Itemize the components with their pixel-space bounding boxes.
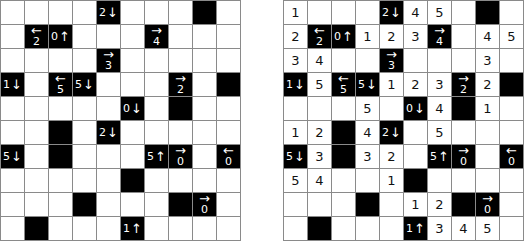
solution-cell-r1c1: ←2 [308, 25, 332, 49]
solution-cell-r2c0: 3 [284, 49, 308, 73]
clue-number: 0 [177, 156, 184, 167]
solution-cell-r0c0: 1 [284, 1, 308, 25]
solution-cell-r3c2: ←5 [332, 73, 356, 97]
right-arrow-icon: → [458, 146, 469, 155]
left-arrow-icon: ← [223, 146, 234, 155]
clue: ←0 [506, 146, 517, 167]
puzzle-cell-r1c1: ←2 [25, 25, 49, 49]
puzzle-cell-r4c8[interactable] [193, 97, 217, 121]
solution-cell-r5c4: 2↓ [380, 121, 404, 145]
solution-cell-r2c7 [452, 49, 476, 73]
solution-cell-r5c1: 2 [308, 121, 332, 145]
puzzle-cell-r2c9[interactable] [217, 49, 241, 73]
solution-cell-r3c4: 1 [380, 73, 404, 97]
clue: 2↓ [99, 6, 118, 19]
solution-cell-r9c2 [332, 217, 356, 241]
puzzle-cell-r5c6[interactable] [145, 121, 169, 145]
puzzle-cell-r2c7[interactable] [169, 49, 193, 73]
solution-cell-r8c2 [332, 193, 356, 217]
left-arrow-icon: ← [506, 146, 517, 155]
solution-cell-r5c0: 1 [284, 121, 308, 145]
clue-number: 1 [123, 223, 130, 234]
puzzle-cell-r2c5[interactable] [121, 49, 145, 73]
puzzle-cell-r7c6[interactable] [145, 169, 169, 193]
puzzle-cell-r9c3[interactable] [73, 217, 97, 241]
solution-cell-r0c2 [332, 1, 356, 25]
clue: →0 [482, 194, 493, 215]
puzzle-cell-r8c5[interactable] [121, 193, 145, 217]
puzzle-cell-r3c9 [217, 73, 241, 97]
solution-cell-r0c1 [308, 1, 332, 25]
solution-cell-r9c5: 1↑ [404, 217, 428, 241]
clue: →3 [103, 50, 114, 71]
solution-cell-r6c8 [476, 145, 500, 169]
puzzle-cell-r8c1[interactable] [25, 193, 49, 217]
clue-number: 0 [123, 103, 130, 114]
puzzle-cell-r7c4[interactable] [97, 169, 121, 193]
puzzle-cell-r5c3[interactable] [73, 121, 97, 145]
clue-number: 0 [201, 204, 208, 215]
clue-number: 4 [153, 36, 160, 47]
puzzle-cell-r8c4[interactable] [97, 193, 121, 217]
solution-cell-r8c9 [500, 193, 524, 217]
solution-cell-r5c3: 4 [356, 121, 380, 145]
clue: 1↓ [286, 78, 305, 91]
solution-cell-r4c0 [284, 97, 308, 121]
puzzle-cell-r6c1[interactable] [25, 145, 49, 169]
clue: ←2 [31, 26, 42, 47]
puzzle-cell-r5c8[interactable] [193, 121, 217, 145]
puzzle-cell-r5c0[interactable] [1, 121, 25, 145]
solution-cell-r5c5 [404, 121, 428, 145]
solution-cell-r5c2 [332, 121, 356, 145]
clue: 0↓ [123, 102, 142, 115]
puzzle-cell-r3c8[interactable] [193, 73, 217, 97]
solution-cell-r8c4 [380, 193, 404, 217]
puzzle-cell-r6c7: →0 [169, 145, 193, 169]
down-arrow-icon: ↓ [414, 102, 425, 115]
puzzle-cell-r2c8[interactable] [193, 49, 217, 73]
clue-number: 1 [286, 79, 293, 90]
clue: →2 [175, 74, 186, 95]
clue: →3 [386, 50, 397, 71]
puzzle-board: 2↓←20↑→4→31↓←55↓→20↓2↓5↓5↑→0←0→01↑ [0, 0, 241, 241]
puzzle-cell-r2c4: →3 [97, 49, 121, 73]
solution-cell-r4c6: 4 [428, 97, 452, 121]
solution-cell-r6c6: 5↑ [428, 145, 452, 169]
right-arrow-icon: → [434, 26, 445, 35]
puzzle-cell-r3c4[interactable] [97, 73, 121, 97]
clue-number: 0 [484, 204, 491, 215]
solution-cell-r2c4: →3 [380, 49, 404, 73]
puzzle-cell-r1c5[interactable] [121, 25, 145, 49]
clue: 1↓ [3, 78, 22, 91]
solution-cell-r3c1: 5 [308, 73, 332, 97]
solution-cell-r0c9 [500, 1, 524, 25]
clue: 5↑ [430, 150, 449, 163]
puzzle-cell-r2c2[interactable] [49, 49, 73, 73]
puzzle-cell-r2c6[interactable] [145, 49, 169, 73]
solution-cell-r3c8: 2 [476, 73, 500, 97]
clue-number: 2 [99, 127, 106, 138]
solution-cell-r6c1: 3 [308, 145, 332, 169]
clue: 1↑ [123, 222, 142, 235]
clue: 0↑ [51, 30, 70, 43]
puzzle-cell-r0c0[interactable] [1, 1, 25, 25]
clue-number: 5 [358, 79, 365, 90]
puzzle-cell-r0c8 [193, 1, 217, 25]
solution-cell-r0c3 [356, 1, 380, 25]
solution-cell-r2c8: 3 [476, 49, 500, 73]
clue: 5↓ [3, 150, 22, 163]
puzzle-cell-r2c3[interactable] [73, 49, 97, 73]
solution-cell-r0c4: 2↓ [380, 1, 404, 25]
clue-number: 5 [75, 79, 82, 90]
puzzle-cell-r6c2 [49, 145, 73, 169]
clue-number: 5 [57, 84, 64, 95]
down-arrow-icon: ↓ [390, 126, 401, 139]
puzzle-cell-r3c5[interactable] [121, 73, 145, 97]
puzzle-cell-r3c2: ←5 [49, 73, 73, 97]
puzzle-cell-r7c3[interactable] [73, 169, 97, 193]
solution-cell-r4c7 [452, 97, 476, 121]
puzzle-cell-r6c8[interactable] [193, 145, 217, 169]
puzzle-cell-r6c0: 5↓ [1, 145, 25, 169]
puzzle-cell-r1c4[interactable] [97, 25, 121, 49]
solution-cell-r9c7: 4 [452, 217, 476, 241]
solution-cell-r6c2 [332, 145, 356, 169]
puzzle-cell-r0c7[interactable] [169, 1, 193, 25]
clue-number: 1 [406, 223, 413, 234]
puzzle-cell-r8c3 [73, 193, 97, 217]
puzzle-cell-r9c6[interactable] [145, 217, 169, 241]
puzzle-cell-r7c0[interactable] [1, 169, 25, 193]
solution-cell-r7c0: 5 [284, 169, 308, 193]
solution-cell-r3c9 [500, 73, 524, 97]
solution-cell-r2c3 [356, 49, 380, 73]
clue: 5↓ [286, 150, 305, 163]
puzzle-cell-r1c9[interactable] [217, 25, 241, 49]
solution-cell-r7c2 [332, 169, 356, 193]
clue-number: 2 [382, 7, 389, 18]
puzzle-cell-r6c6: 5↑ [145, 145, 169, 169]
solution-cell-r8c6: 2 [428, 193, 452, 217]
solution-cell-r8c3 [356, 193, 380, 217]
solution-cell-r7c5 [404, 169, 428, 193]
solution-cell-r9c4 [380, 217, 404, 241]
puzzle-cell-r4c5: 0↓ [121, 97, 145, 121]
down-arrow-icon: ↓ [390, 6, 401, 19]
down-arrow-icon: ↓ [11, 150, 22, 163]
puzzle-cell-r8c2[interactable] [49, 193, 73, 217]
puzzle-cell-r0c9[interactable] [217, 1, 241, 25]
puzzle-cell-r0c3[interactable] [73, 1, 97, 25]
puzzle-cell-r1c0[interactable] [1, 25, 25, 49]
puzzle-cell-r4c7 [169, 97, 193, 121]
puzzle-cell-r6c9: ←0 [217, 145, 241, 169]
solution-cell-r4c3: 5 [356, 97, 380, 121]
solution-cell-r9c1 [308, 217, 332, 241]
puzzle-cell-r3c7: →2 [169, 73, 193, 97]
puzzle-cell-r4c1[interactable] [25, 97, 49, 121]
solution-cell-r9c9 [500, 217, 524, 241]
puzzle-cell-r3c0: 1↓ [1, 73, 25, 97]
clue: →4 [434, 26, 445, 47]
puzzle-cell-r7c2[interactable] [49, 169, 73, 193]
solution-cell-r1c7 [452, 25, 476, 49]
puzzle-cell-r0c6[interactable] [145, 1, 169, 25]
clue: →4 [151, 26, 162, 47]
clue-number: 5 [340, 84, 347, 95]
solution-cell-r2c1: 4 [308, 49, 332, 73]
solution-cell-r9c3 [356, 217, 380, 241]
solution-cell-r5c7 [452, 121, 476, 145]
solution-cell-r1c2: 0↑ [332, 25, 356, 49]
solution-cell-r4c2 [332, 97, 356, 121]
clue-number: 0 [51, 31, 58, 42]
up-arrow-icon: ↑ [59, 30, 70, 43]
solution-cell-r4c5: 0↓ [404, 97, 428, 121]
clue: ←0 [223, 146, 234, 167]
solution-cell-r9c8: 5 [476, 217, 500, 241]
down-arrow-icon: ↓ [294, 150, 305, 163]
solution-cell-r6c4: 2 [380, 145, 404, 169]
puzzle-cell-r4c9[interactable] [217, 97, 241, 121]
solution-cell-r7c1: 4 [308, 169, 332, 193]
clue: ←5 [55, 74, 66, 95]
puzzle-cell-r1c6: →4 [145, 25, 169, 49]
clue-number: 3 [388, 60, 395, 71]
clue-number: 2 [316, 36, 323, 47]
solution-cell-r4c8: 1 [476, 97, 500, 121]
clue: 0↓ [406, 102, 425, 115]
puzzle-cell-r3c1[interactable] [25, 73, 49, 97]
down-arrow-icon: ↓ [131, 102, 142, 115]
down-arrow-icon: ↓ [294, 78, 305, 91]
solution-cell-r9c0 [284, 217, 308, 241]
solution-cell-r2c9 [500, 49, 524, 73]
solution-cell-r4c4 [380, 97, 404, 121]
solution-cell-r7c3 [356, 169, 380, 193]
puzzle-cell-r5c2 [49, 121, 73, 145]
down-arrow-icon: ↓ [366, 78, 377, 91]
solution-cell-r0c6: 5 [428, 1, 452, 25]
solution-cell-r1c0: 2 [284, 25, 308, 49]
puzzle-cell-r6c3[interactable] [73, 145, 97, 169]
clue: 2↓ [382, 6, 401, 19]
clue-number: 5 [147, 151, 154, 162]
solution-cell-r4c9 [500, 97, 524, 121]
puzzle-cell-r1c2: 0↑ [49, 25, 73, 49]
clue: ←2 [314, 26, 325, 47]
left-arrow-icon: ← [31, 26, 42, 35]
puzzle-cell-r7c9[interactable] [217, 169, 241, 193]
solution-cell-r7c8 [476, 169, 500, 193]
solution-cell-r3c7: →2 [452, 73, 476, 97]
puzzle-cell-r5c7[interactable] [169, 121, 193, 145]
clue-number: 2 [382, 127, 389, 138]
puzzle-cell-r7c8[interactable] [193, 169, 217, 193]
puzzle-cell-r5c9[interactable] [217, 121, 241, 145]
solution-cell-r3c5: 2 [404, 73, 428, 97]
puzzle-cell-r4c0[interactable] [1, 97, 25, 121]
clue-number: 0 [225, 156, 232, 167]
up-arrow-icon: ↑ [155, 150, 166, 163]
right-arrow-icon: → [103, 50, 114, 59]
right-arrow-icon: → [458, 74, 469, 83]
up-arrow-icon: ↑ [414, 222, 425, 235]
solution-cell-r5c8 [476, 121, 500, 145]
solution-cell-r8c7 [452, 193, 476, 217]
puzzle-cell-r8c7 [169, 193, 193, 217]
boards-container: 2↓←20↑→4→31↓←55↓→20↓2↓5↓5↑→0←0→01↑ 12↓45… [0, 0, 525, 241]
down-arrow-icon: ↓ [107, 6, 118, 19]
right-arrow-icon: → [175, 74, 186, 83]
clue-number: 2 [33, 36, 40, 47]
clue: 2↓ [99, 126, 118, 139]
puzzle-cell-r8c9[interactable] [217, 193, 241, 217]
up-arrow-icon: ↑ [342, 30, 353, 43]
solution-cell-r7c6 [428, 169, 452, 193]
puzzle-cell-r5c4: 2↓ [97, 121, 121, 145]
down-arrow-icon: ↓ [83, 78, 94, 91]
puzzle-cell-r8c0[interactable] [1, 193, 25, 217]
clue: 5↓ [75, 78, 94, 91]
down-arrow-icon: ↓ [11, 78, 22, 91]
puzzle-cell-r0c1[interactable] [25, 1, 49, 25]
right-arrow-icon: → [386, 50, 397, 59]
solution-cell-r1c9: 5 [500, 25, 524, 49]
clue-number: 2 [177, 84, 184, 95]
puzzle-cell-r9c8[interactable] [193, 217, 217, 241]
clue: 1↑ [406, 222, 425, 235]
clue-number: 5 [3, 151, 10, 162]
solution-cell-r6c3: 3 [356, 145, 380, 169]
puzzle-cell-r7c5 [121, 169, 145, 193]
puzzle-cell-r6c5[interactable] [121, 145, 145, 169]
solution-cell-r3c0: 1↓ [284, 73, 308, 97]
puzzle-cell-r4c6[interactable] [145, 97, 169, 121]
puzzle-cell-r2c1[interactable] [25, 49, 49, 73]
clue: →0 [199, 194, 210, 215]
puzzle-cell-r9c0[interactable] [1, 217, 25, 241]
clue-number: 0 [460, 156, 467, 167]
solution-board: 12↓452←20↑123→44534→331↓5←55↓123→2250↓41… [283, 0, 524, 241]
clue-number: 4 [436, 36, 443, 47]
clue-number: 2 [460, 84, 467, 95]
solution-cell-r3c6: 3 [428, 73, 452, 97]
solution-cell-r9c6: 3 [428, 217, 452, 241]
puzzle-cell-r8c8: →0 [193, 193, 217, 217]
clue: 0↑ [334, 30, 353, 43]
puzzle-cell-r7c1[interactable] [25, 169, 49, 193]
solution-cell-r1c6: →4 [428, 25, 452, 49]
right-arrow-icon: → [482, 194, 493, 203]
solution-cell-r7c9 [500, 169, 524, 193]
puzzle-cell-r0c2[interactable] [49, 1, 73, 25]
puzzle-cell-r8c6[interactable] [145, 193, 169, 217]
solution-cell-r6c9: ←0 [500, 145, 524, 169]
solution-cell-r8c0 [284, 193, 308, 217]
up-arrow-icon: ↑ [131, 222, 142, 235]
solution-cell-r2c6 [428, 49, 452, 73]
down-arrow-icon: ↓ [107, 126, 118, 139]
puzzle-cell-r4c2[interactable] [49, 97, 73, 121]
clue: ←5 [338, 74, 349, 95]
solution-cell-r6c0: 5↓ [284, 145, 308, 169]
clue: →0 [175, 146, 186, 167]
solution-cell-r1c4: 2 [380, 25, 404, 49]
puzzle-cell-r6c4[interactable] [97, 145, 121, 169]
right-arrow-icon: → [151, 26, 162, 35]
clue: 5↑ [147, 150, 166, 163]
puzzle-cell-r9c2[interactable] [49, 217, 73, 241]
puzzle-cell-r5c1[interactable] [25, 121, 49, 145]
solution-cell-r2c2 [332, 49, 356, 73]
solution-cell-r3c3: 5↓ [356, 73, 380, 97]
clue-number: 1 [3, 79, 10, 90]
clue-number: 0 [334, 31, 341, 42]
puzzle-cell-r5c5[interactable] [121, 121, 145, 145]
clue-number: 5 [430, 151, 437, 162]
clue-number: 0 [406, 103, 413, 114]
up-arrow-icon: ↑ [438, 150, 449, 163]
puzzle-cell-r4c4[interactable] [97, 97, 121, 121]
solution-cell-r8c5: 1 [404, 193, 428, 217]
clue: →0 [458, 146, 469, 167]
solution-cell-r5c6: 5 [428, 121, 452, 145]
puzzle-cell-r2c0[interactable] [1, 49, 25, 73]
puzzle-cell-r1c8[interactable] [193, 25, 217, 49]
puzzle-cell-r0c4: 2↓ [97, 1, 121, 25]
puzzle-cell-r3c6[interactable] [145, 73, 169, 97]
solution-cell-r6c7: →0 [452, 145, 476, 169]
clue-number: 5 [286, 151, 293, 162]
solution-cell-r1c8: 4 [476, 25, 500, 49]
puzzle-cell-r9c9[interactable] [217, 217, 241, 241]
left-arrow-icon: ← [55, 74, 66, 83]
puzzle-cell-r1c3[interactable] [73, 25, 97, 49]
solution-cell-r0c5: 4 [404, 1, 428, 25]
puzzle-cell-r9c7[interactable] [169, 217, 193, 241]
left-arrow-icon: ← [314, 26, 325, 35]
puzzle-cell-r9c4[interactable] [97, 217, 121, 241]
right-arrow-icon: → [175, 146, 186, 155]
right-arrow-icon: → [199, 194, 210, 203]
solution-cell-r7c4: 1 [380, 169, 404, 193]
solution-cell-r8c8: →0 [476, 193, 500, 217]
solution-cell-r0c8 [476, 1, 500, 25]
solution-cell-r7c7 [452, 169, 476, 193]
puzzle-cell-r0c5[interactable] [121, 1, 145, 25]
solution-cell-r5c9 [500, 121, 524, 145]
puzzle-cell-r4c3[interactable] [73, 97, 97, 121]
puzzle-cell-r7c7[interactable] [169, 169, 193, 193]
puzzle-cell-r9c1 [25, 217, 49, 241]
puzzle-cell-r9c5: 1↑ [121, 217, 145, 241]
clue-number: 3 [105, 60, 112, 71]
clue-number: 0 [508, 156, 515, 167]
clue: →2 [458, 74, 469, 95]
clue: 2↓ [382, 126, 401, 139]
solution-cell-r8c1 [308, 193, 332, 217]
clue: 5↓ [358, 78, 377, 91]
solution-cell-r6c5 [404, 145, 428, 169]
left-arrow-icon: ← [338, 74, 349, 83]
solution-cell-r1c5: 3 [404, 25, 428, 49]
clue-number: 2 [99, 7, 106, 18]
puzzle-cell-r1c7[interactable] [169, 25, 193, 49]
